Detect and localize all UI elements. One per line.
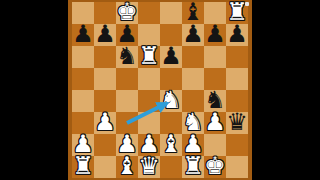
- square-b1[interactable]: [94, 156, 116, 178]
- piece-white-rook[interactable]: ♜: [182, 154, 204, 178]
- piece-black-pawn[interactable]: ♟: [204, 22, 226, 46]
- square-h1[interactable]: [226, 156, 248, 178]
- thumbnail-canvas: ♚♝♜♟♟♟♟♟♟♞♜♟♞♞♟♞♟♛♟♟♟♝♟♜♝♛♜♚: [0, 0, 320, 180]
- square-h7[interactable]: ♟: [226, 24, 248, 46]
- piece-white-rook[interactable]: ♜: [72, 154, 94, 178]
- square-e8[interactable]: [160, 2, 182, 24]
- piece-white-bishop[interactable]: ♝: [160, 132, 182, 156]
- square-d6[interactable]: ♜: [138, 46, 160, 68]
- square-g1[interactable]: ♚: [204, 156, 226, 178]
- piece-white-rook[interactable]: ♜: [138, 44, 160, 68]
- square-d5[interactable]: [138, 68, 160, 90]
- square-c4[interactable]: [116, 90, 138, 112]
- square-b6[interactable]: [94, 46, 116, 68]
- piece-black-pawn[interactable]: ♟: [72, 22, 94, 46]
- piece-white-knight[interactable]: ♞: [160, 88, 182, 112]
- square-c1[interactable]: ♝: [116, 156, 138, 178]
- corner-dot: [245, 2, 249, 6]
- square-h3[interactable]: ♛: [226, 112, 248, 134]
- letterbox-left: [0, 0, 68, 180]
- square-f7[interactable]: ♟: [182, 24, 204, 46]
- square-h5[interactable]: [226, 68, 248, 90]
- piece-black-pawn[interactable]: ♟: [94, 22, 116, 46]
- square-f5[interactable]: [182, 68, 204, 90]
- square-g7[interactable]: ♟: [204, 24, 226, 46]
- chess-board[interactable]: ♚♝♜♟♟♟♟♟♟♞♜♟♞♞♟♞♟♛♟♟♟♝♟♜♝♛♜♚: [72, 2, 248, 178]
- square-g6[interactable]: [204, 46, 226, 68]
- square-e6[interactable]: ♟: [160, 46, 182, 68]
- square-b3[interactable]: ♟: [94, 112, 116, 134]
- piece-white-bishop[interactable]: ♝: [116, 154, 138, 178]
- piece-white-pawn[interactable]: ♟: [94, 110, 116, 134]
- square-c5[interactable]: [116, 68, 138, 90]
- square-f1[interactable]: ♜: [182, 156, 204, 178]
- piece-white-pawn[interactable]: ♟: [204, 110, 226, 134]
- square-d1[interactable]: ♛: [138, 156, 160, 178]
- piece-black-queen[interactable]: ♛: [226, 110, 248, 134]
- piece-black-pawn[interactable]: ♟: [160, 44, 182, 68]
- square-a4[interactable]: [72, 90, 94, 112]
- piece-black-pawn[interactable]: ♟: [226, 22, 248, 46]
- square-e4[interactable]: ♞: [160, 90, 182, 112]
- square-b2[interactable]: [94, 134, 116, 156]
- square-a5[interactable]: [72, 68, 94, 90]
- square-b5[interactable]: [94, 68, 116, 90]
- piece-white-king[interactable]: ♚: [204, 154, 226, 178]
- square-f6[interactable]: [182, 46, 204, 68]
- square-g3[interactable]: ♟: [204, 112, 226, 134]
- square-d4[interactable]: [138, 90, 160, 112]
- piece-white-queen[interactable]: ♛: [138, 154, 160, 178]
- square-a6[interactable]: [72, 46, 94, 68]
- letterbox-right: [252, 0, 320, 180]
- chess-board-frame: ♚♝♜♟♟♟♟♟♟♞♜♟♞♞♟♞♟♛♟♟♟♝♟♜♝♛♜♚: [68, 0, 252, 180]
- square-c6[interactable]: ♞: [116, 46, 138, 68]
- piece-black-knight[interactable]: ♞: [116, 44, 138, 68]
- square-e1[interactable]: [160, 156, 182, 178]
- square-e2[interactable]: ♝: [160, 134, 182, 156]
- square-d8[interactable]: [138, 2, 160, 24]
- square-a7[interactable]: ♟: [72, 24, 94, 46]
- square-a1[interactable]: ♜: [72, 156, 94, 178]
- square-h6[interactable]: [226, 46, 248, 68]
- square-b7[interactable]: ♟: [94, 24, 116, 46]
- piece-black-pawn[interactable]: ♟: [182, 22, 204, 46]
- square-h2[interactable]: [226, 134, 248, 156]
